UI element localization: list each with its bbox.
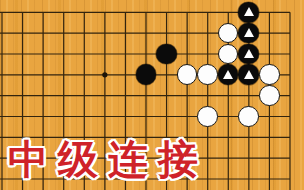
stone-black-m16[interactable] [136, 64, 157, 85]
caption-text: 中级连接 [8, 138, 208, 181]
stone-black-r17[interactable] [238, 44, 259, 65]
stone-black-r19[interactable] [238, 2, 259, 23]
triangle-mark [244, 28, 254, 37]
triangle-mark [244, 70, 254, 79]
stone-white-p14[interactable] [197, 106, 218, 127]
triangle-mark [244, 7, 254, 16]
stone-white-r14[interactable] [238, 106, 259, 127]
go-board[interactable]: 中级连接 [0, 0, 304, 190]
stone-white-q17[interactable] [218, 44, 239, 65]
triangle-mark [244, 49, 254, 58]
stone-black-r16[interactable] [238, 64, 259, 85]
stone-white-s16[interactable] [259, 64, 280, 85]
stone-black-r18[interactable] [238, 23, 259, 44]
stone-white-s15[interactable] [259, 85, 280, 106]
triangle-mark [223, 70, 233, 79]
stone-black-q16[interactable] [218, 64, 239, 85]
stone-white-p16[interactable] [197, 64, 218, 85]
stone-black-n17[interactable] [156, 44, 177, 65]
stone-white-o16[interactable] [177, 64, 198, 85]
stone-white-q18[interactable] [218, 23, 239, 44]
